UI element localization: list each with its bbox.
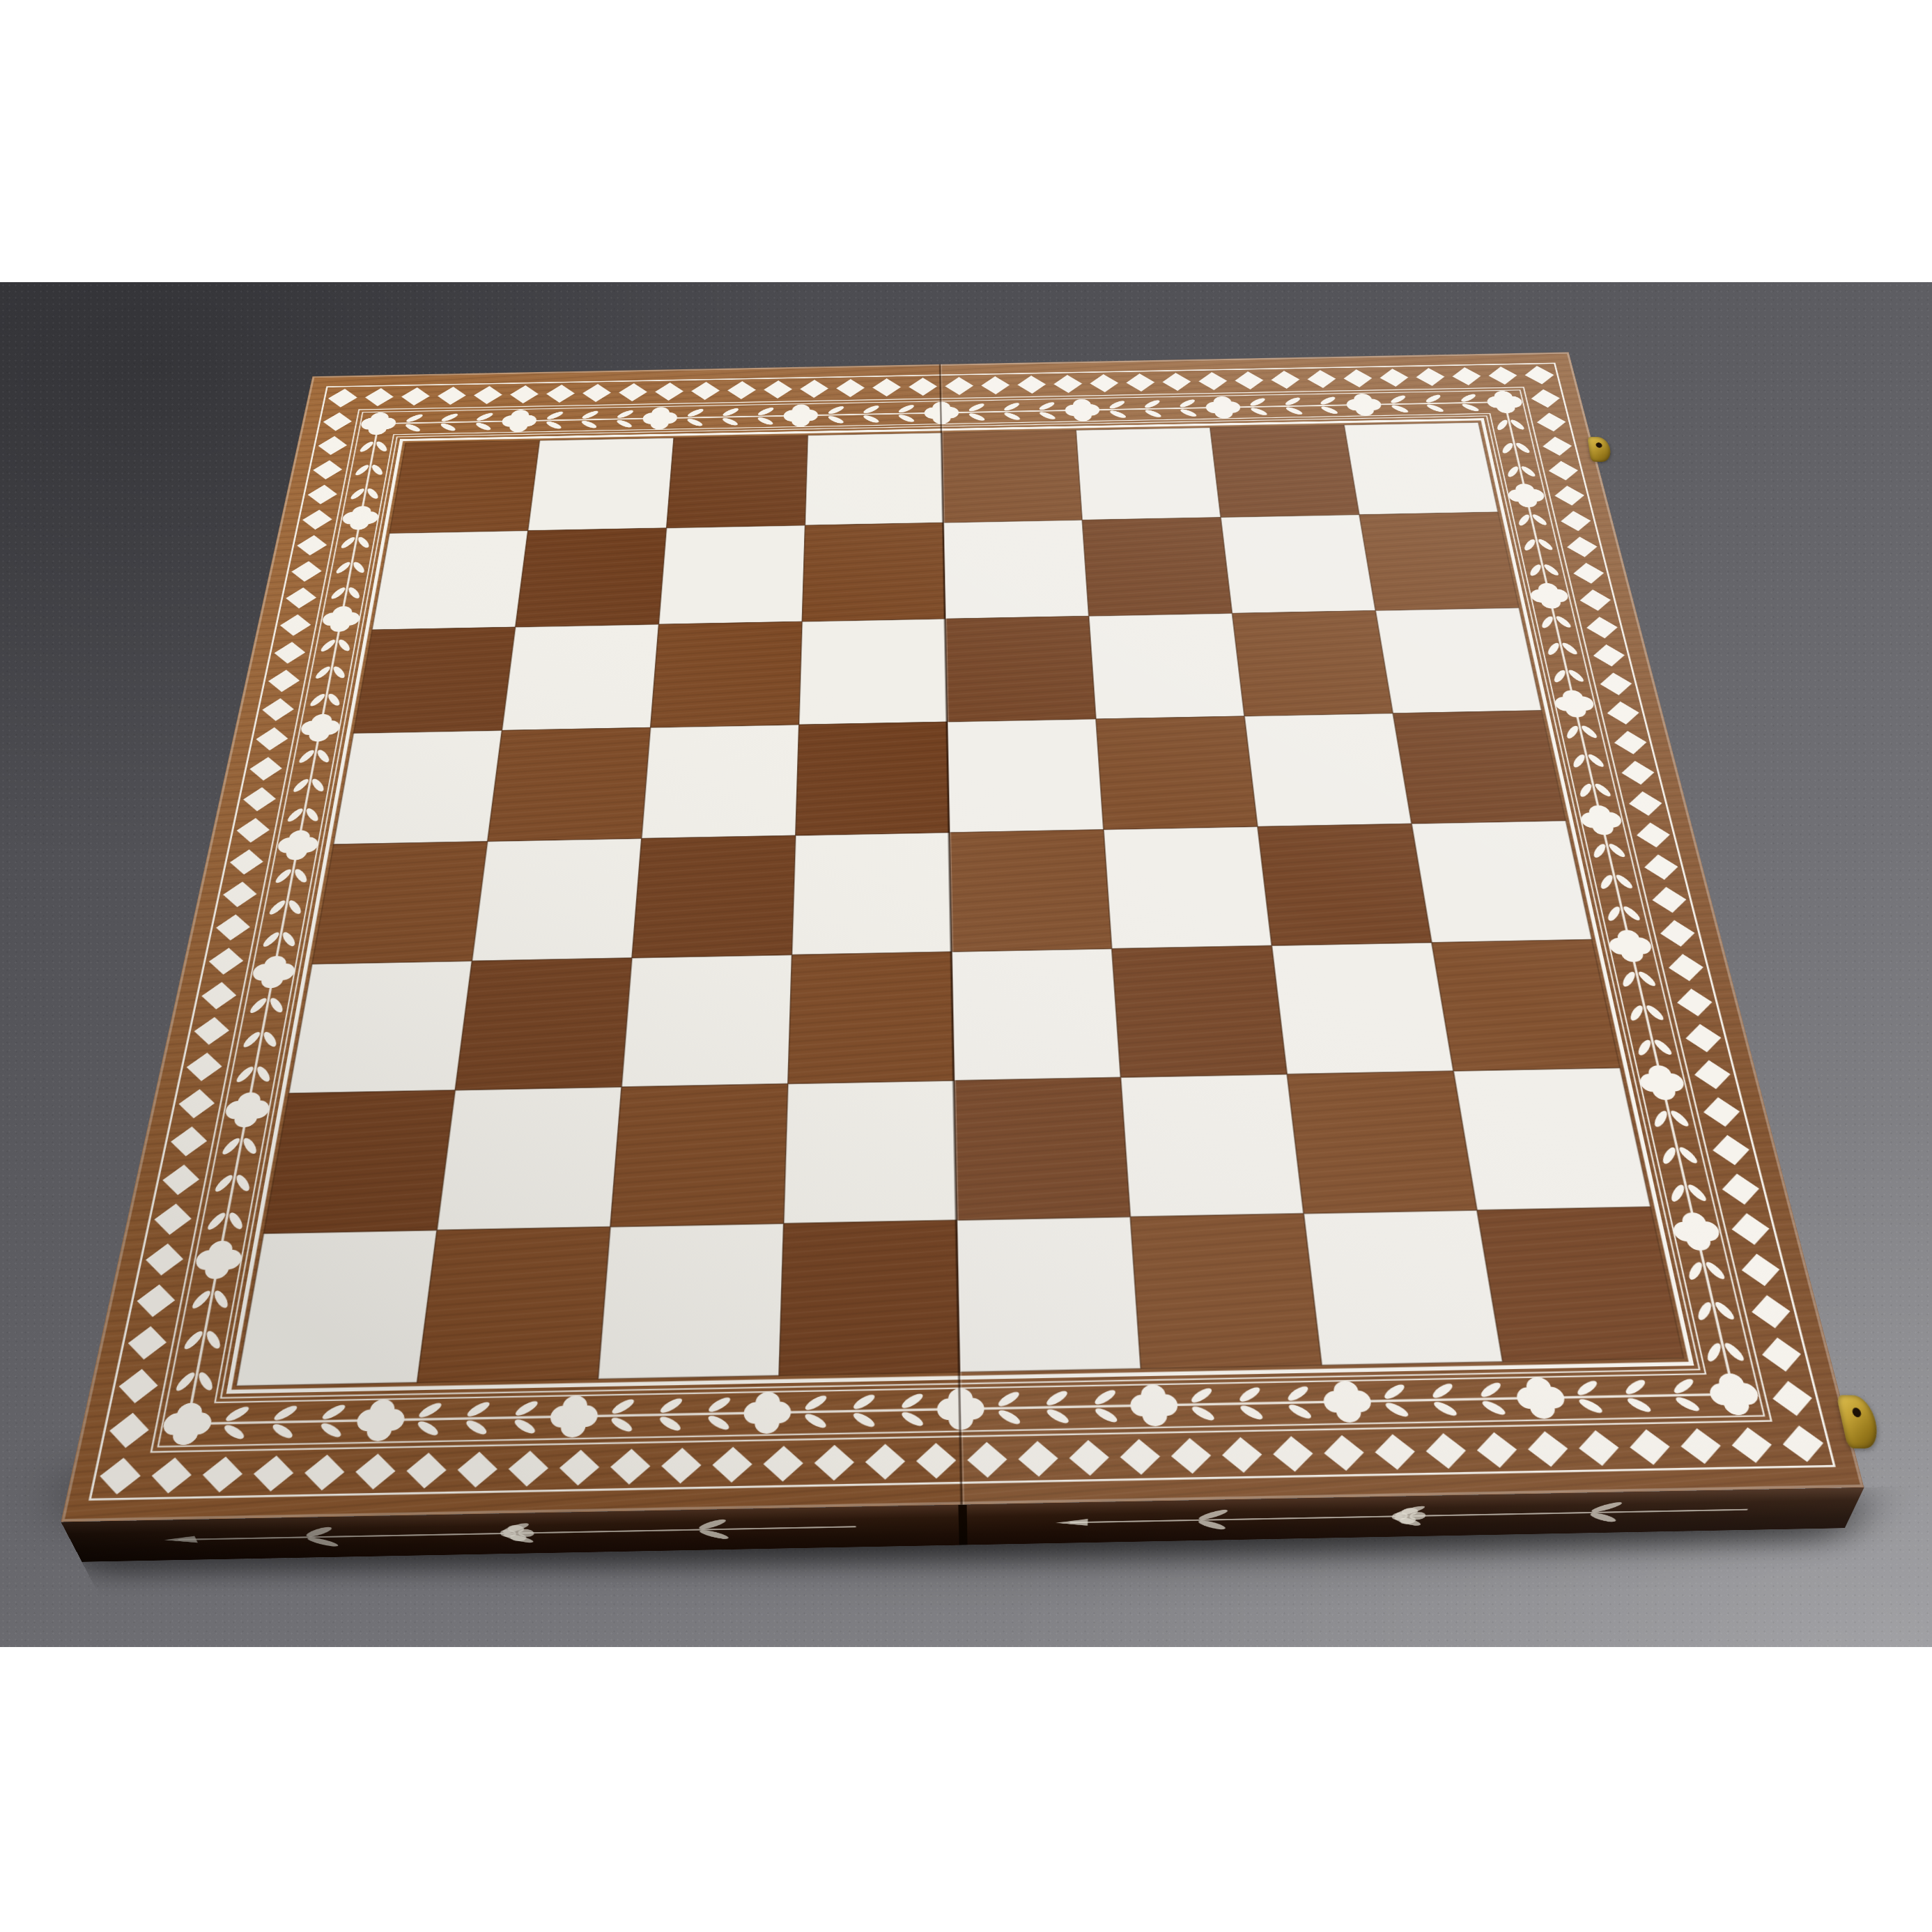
perspective-scene: [195, 282, 1704, 1587]
latch-hole: [1595, 442, 1602, 448]
brass-latch-top: [1587, 437, 1612, 462]
latch-hole: [1851, 1407, 1862, 1417]
product-photo-page: Folding wooden chess board with white in…: [0, 0, 1932, 1932]
chess-board: [61, 353, 1864, 1522]
hidden-caption: Folding wooden chess board with white in…: [0, 0, 1, 1]
grey-felt-background: [0, 282, 1932, 1647]
board-top-surface: [61, 353, 1864, 1522]
front-fold-gap: [958, 1505, 967, 1545]
